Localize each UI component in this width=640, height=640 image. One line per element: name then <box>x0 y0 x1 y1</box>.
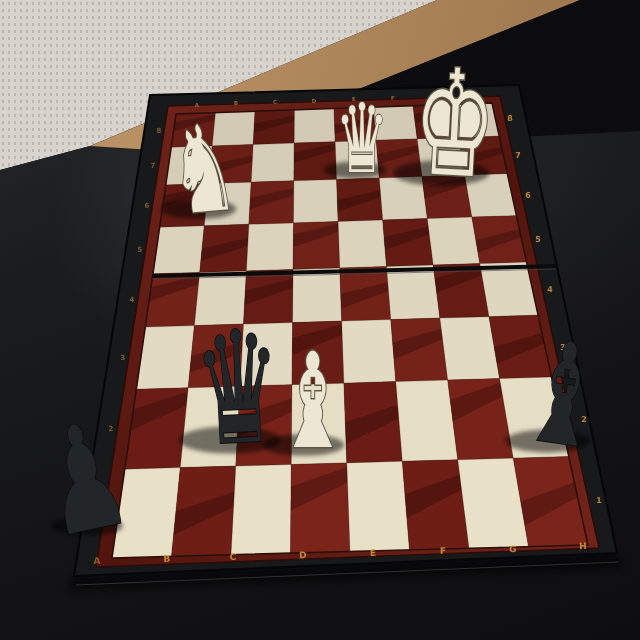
rank-label-right-4: 4 <box>547 285 553 294</box>
square-a3[interactable] <box>136 326 194 390</box>
rank-label-right-1: 1 <box>596 496 602 505</box>
piece-white-knight-b6[interactable]: ♞ <box>164 97 243 243</box>
file-label-top-F: F <box>391 95 395 101</box>
rank-label-right-6: 6 <box>525 191 531 200</box>
piece-white-queen-e7[interactable]: ♛ <box>335 83 388 195</box>
file-label-top-B: B <box>234 100 238 106</box>
square-f2[interactable] <box>396 380 458 461</box>
rank-label-right-5: 5 <box>535 235 541 244</box>
square-g5[interactable] <box>427 217 480 265</box>
square-e1[interactable] <box>347 461 410 551</box>
square-d6[interactable] <box>294 179 339 223</box>
file-label-bottom-E: E <box>370 548 377 558</box>
rank-label-left-6: 6 <box>144 202 149 210</box>
file-label-bottom-G: G <box>509 544 517 554</box>
piece-black-queen-c2[interactable]: ♛ <box>190 296 285 481</box>
square-c7[interactable] <box>251 143 294 182</box>
piece-white-king-g7[interactable]: ♚ <box>409 36 500 212</box>
file-label-top-C: C <box>273 99 277 105</box>
file-label-bottom-C: C <box>229 552 236 562</box>
square-d4[interactable] <box>293 268 342 323</box>
square-e5[interactable] <box>338 220 386 268</box>
rank-label-left-7: 7 <box>150 162 155 170</box>
file-label-bottom-F: F <box>440 546 447 556</box>
rank-label-left-8: 8 <box>156 127 161 135</box>
rank-label-left-3: 3 <box>120 354 125 362</box>
chess-board-scene: AA88BB77CC66DD55EE44FF33GG22HH11♛♚♞♛♝♝♟ <box>0 0 640 640</box>
file-label-top-D: D <box>312 98 317 104</box>
rank-label-right-8: 8 <box>507 114 513 123</box>
file-label-bottom-B: B <box>163 554 170 564</box>
square-d8[interactable] <box>294 109 335 144</box>
rank-label-left-4: 4 <box>129 296 134 304</box>
piece-white-bishop-d2[interactable]: ♝ <box>276 324 349 478</box>
rank-label-right-7: 7 <box>515 151 521 160</box>
square-e3[interactable] <box>342 320 396 384</box>
square-c5[interactable] <box>246 223 293 271</box>
file-label-bottom-H: H <box>579 541 587 551</box>
photo-stage: AA88BB77CC66DD55EE44FF33GG22HH11♛♚♞♛♝♝♟ <box>0 0 640 640</box>
rank-label-left-5: 5 <box>137 246 142 254</box>
file-label-bottom-D: D <box>299 550 307 560</box>
